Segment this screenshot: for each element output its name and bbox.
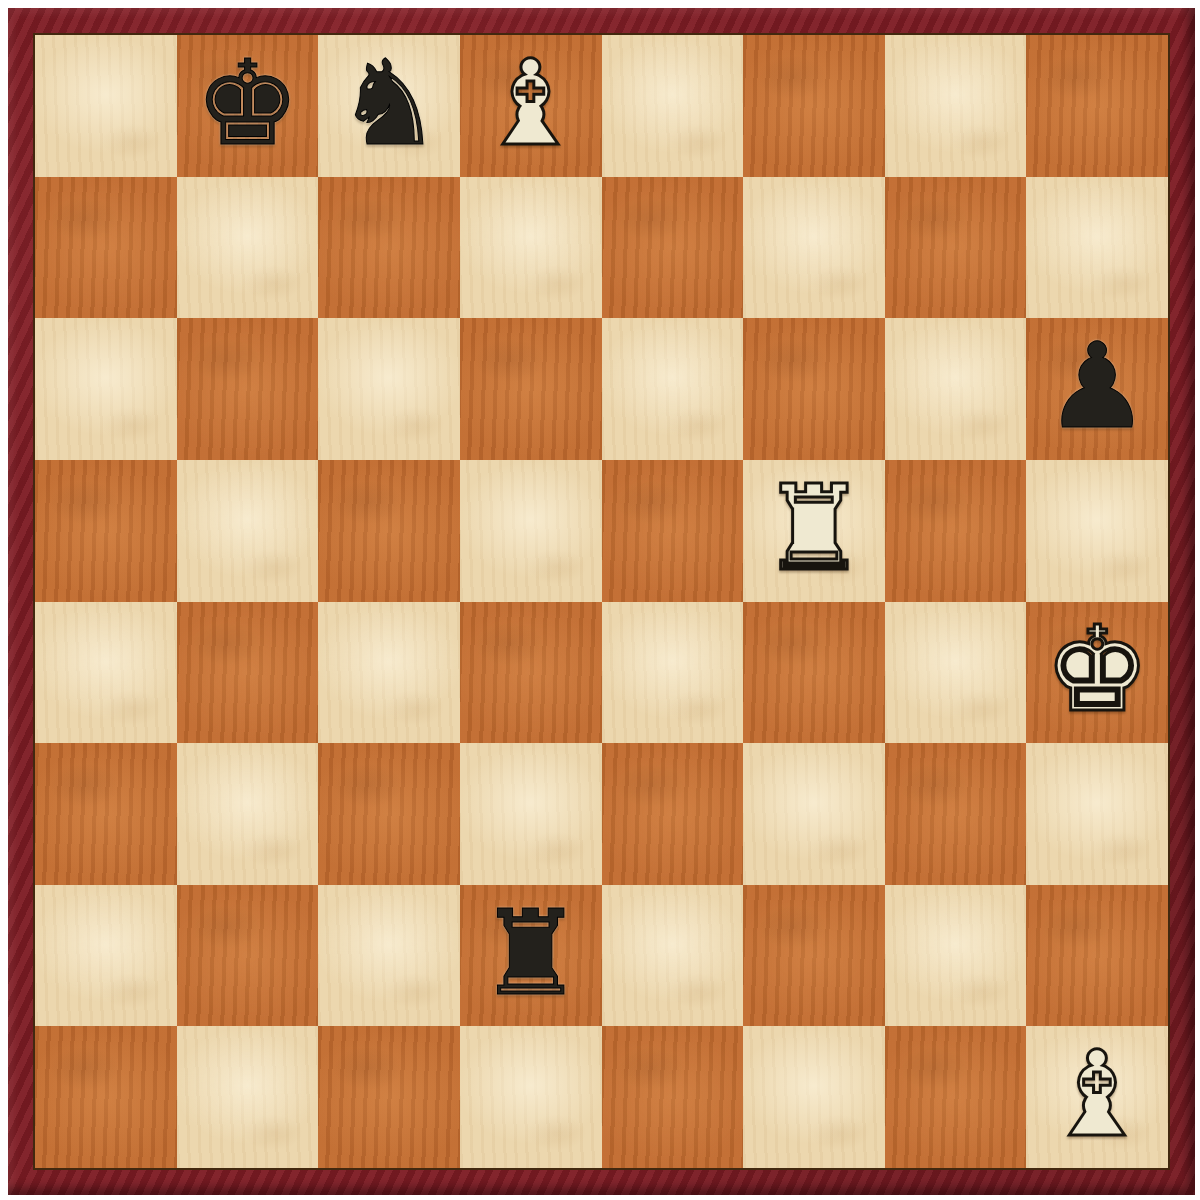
square-b1[interactable] [177,1026,319,1168]
square-a6[interactable] [35,318,177,460]
square-h6[interactable]: ♟ [1026,318,1168,460]
piece-black-knight[interactable]: ♞ [336,44,442,162]
square-d6[interactable] [460,318,602,460]
board-frame: ♚♞♝♟♜♚♜♝ [8,8,1195,1195]
square-g7[interactable] [885,177,1027,319]
square-c6[interactable] [318,318,460,460]
square-d4[interactable] [460,602,602,744]
square-d1[interactable] [460,1026,602,1168]
square-d3[interactable] [460,743,602,885]
square-e1[interactable] [602,1026,744,1168]
square-e2[interactable] [602,885,744,1027]
square-f5[interactable]: ♜ [743,460,885,602]
square-a8[interactable] [35,35,177,177]
square-e5[interactable] [602,460,744,602]
square-b4[interactable] [177,602,319,744]
square-d5[interactable] [460,460,602,602]
piece-white-bishop[interactable]: ♝ [1044,1035,1150,1153]
square-a4[interactable] [35,602,177,744]
square-f7[interactable] [743,177,885,319]
square-a3[interactable] [35,743,177,885]
square-f6[interactable] [743,318,885,460]
chess-diagram: ♚♞♝♟♜♚♜♝ [0,0,1200,1200]
square-e4[interactable] [602,602,744,744]
square-h8[interactable] [1026,35,1168,177]
square-b6[interactable] [177,318,319,460]
piece-white-rook[interactable]: ♜ [761,469,867,587]
square-c7[interactable] [318,177,460,319]
square-g3[interactable] [885,743,1027,885]
square-d2[interactable]: ♜ [460,885,602,1027]
square-b8[interactable]: ♚ [177,35,319,177]
square-a1[interactable] [35,1026,177,1168]
square-a7[interactable] [35,177,177,319]
square-g1[interactable] [885,1026,1027,1168]
square-e3[interactable] [602,743,744,885]
square-f4[interactable] [743,602,885,744]
square-g8[interactable] [885,35,1027,177]
square-a2[interactable] [35,885,177,1027]
square-c3[interactable] [318,743,460,885]
piece-white-king[interactable]: ♚ [1044,610,1150,728]
square-g6[interactable] [885,318,1027,460]
square-c2[interactable] [318,885,460,1027]
square-c1[interactable] [318,1026,460,1168]
square-d7[interactable] [460,177,602,319]
square-c8[interactable]: ♞ [318,35,460,177]
square-e7[interactable] [602,177,744,319]
square-h5[interactable] [1026,460,1168,602]
square-a5[interactable] [35,460,177,602]
square-e8[interactable] [602,35,744,177]
square-b2[interactable] [177,885,319,1027]
square-g4[interactable] [885,602,1027,744]
piece-black-rook[interactable]: ♜ [478,894,584,1012]
square-h1[interactable]: ♝ [1026,1026,1168,1168]
square-b7[interactable] [177,177,319,319]
square-f8[interactable] [743,35,885,177]
square-f2[interactable] [743,885,885,1027]
square-h4[interactable]: ♚ [1026,602,1168,744]
square-h3[interactable] [1026,743,1168,885]
square-d8[interactable]: ♝ [460,35,602,177]
square-b3[interactable] [177,743,319,885]
piece-black-pawn[interactable]: ♟ [1044,327,1150,445]
square-g5[interactable] [885,460,1027,602]
chess-board: ♚♞♝♟♜♚♜♝ [33,33,1170,1170]
square-b5[interactable] [177,460,319,602]
square-e6[interactable] [602,318,744,460]
piece-black-king[interactable]: ♚ [195,44,301,162]
square-f3[interactable] [743,743,885,885]
piece-white-bishop[interactable]: ♝ [478,44,584,162]
square-c5[interactable] [318,460,460,602]
square-h7[interactable] [1026,177,1168,319]
square-f1[interactable] [743,1026,885,1168]
square-g2[interactable] [885,885,1027,1027]
square-h2[interactable] [1026,885,1168,1027]
square-c4[interactable] [318,602,460,744]
